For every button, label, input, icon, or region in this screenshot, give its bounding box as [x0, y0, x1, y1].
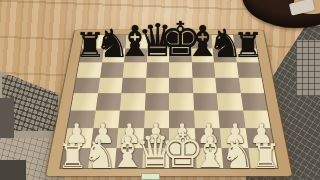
square-d5	[145, 77, 169, 93]
square-g4	[217, 93, 243, 110]
square-e6	[169, 62, 192, 77]
square-c6	[123, 62, 147, 77]
square-e8	[169, 35, 191, 48]
square-e1	[169, 148, 196, 169]
square-a8	[82, 35, 106, 48]
square-g2	[220, 128, 248, 147]
square-b8	[104, 35, 127, 48]
square-f4	[193, 93, 218, 110]
square-d6	[146, 62, 169, 77]
square-b1	[88, 148, 117, 169]
square-f2	[194, 128, 221, 147]
square-c2	[117, 128, 144, 147]
square-a4	[71, 93, 98, 110]
square-c8	[125, 35, 147, 48]
square-f8	[190, 35, 212, 48]
square-c5	[121, 77, 146, 93]
square-f6	[191, 62, 215, 77]
square-b6	[100, 62, 124, 77]
square-g1	[221, 148, 250, 169]
square-c4	[120, 93, 145, 110]
square-b7	[102, 48, 126, 62]
square-h1	[248, 148, 278, 169]
square-g8	[211, 35, 234, 48]
chess-photo-scene: ♜♞♝♛♚♝♞♜♟♟♟♟♟♟♟♟♜♞♝♛♚♝♞♜	[0, 0, 320, 180]
square-a3	[67, 110, 95, 128]
square-a6	[77, 62, 102, 77]
square-f3	[194, 110, 220, 128]
square-d1	[142, 148, 169, 169]
square-h7	[234, 48, 258, 62]
square-d8	[147, 35, 169, 48]
square-a2	[64, 128, 93, 147]
square-e2	[169, 128, 195, 147]
blanket-light-section	[296, 40, 320, 96]
square-h8	[233, 35, 257, 48]
square-h2	[245, 128, 274, 147]
chess-board	[46, 30, 292, 176]
square-a5	[74, 77, 100, 93]
square-g5	[215, 77, 240, 93]
square-b4	[95, 93, 121, 110]
rim-sticker	[141, 173, 160, 180]
square-f5	[192, 77, 217, 93]
square-d7	[147, 48, 169, 62]
square-d4	[144, 93, 169, 110]
square-e5	[169, 77, 193, 93]
square-f1	[195, 148, 223, 169]
square-c1	[115, 148, 143, 169]
square-e7	[169, 48, 191, 62]
square-h3	[243, 110, 271, 128]
square-h4	[240, 93, 267, 110]
square-g3	[218, 110, 245, 128]
square-b3	[93, 110, 120, 128]
square-f7	[191, 48, 214, 62]
rug-dark-corner	[0, 160, 26, 180]
square-e4	[169, 93, 194, 110]
square-h5	[238, 77, 264, 93]
square-b2	[90, 128, 118, 147]
square-b5	[98, 77, 123, 93]
square-c7	[124, 48, 147, 62]
square-g7	[213, 48, 237, 62]
square-a1	[60, 148, 90, 169]
square-c3	[118, 110, 144, 128]
square-d3	[144, 110, 169, 128]
square-d2	[143, 128, 169, 147]
square-g6	[214, 62, 238, 77]
square-a7	[79, 48, 103, 62]
board-grid	[59, 35, 278, 169]
square-e3	[169, 110, 194, 128]
square-h6	[236, 62, 261, 77]
